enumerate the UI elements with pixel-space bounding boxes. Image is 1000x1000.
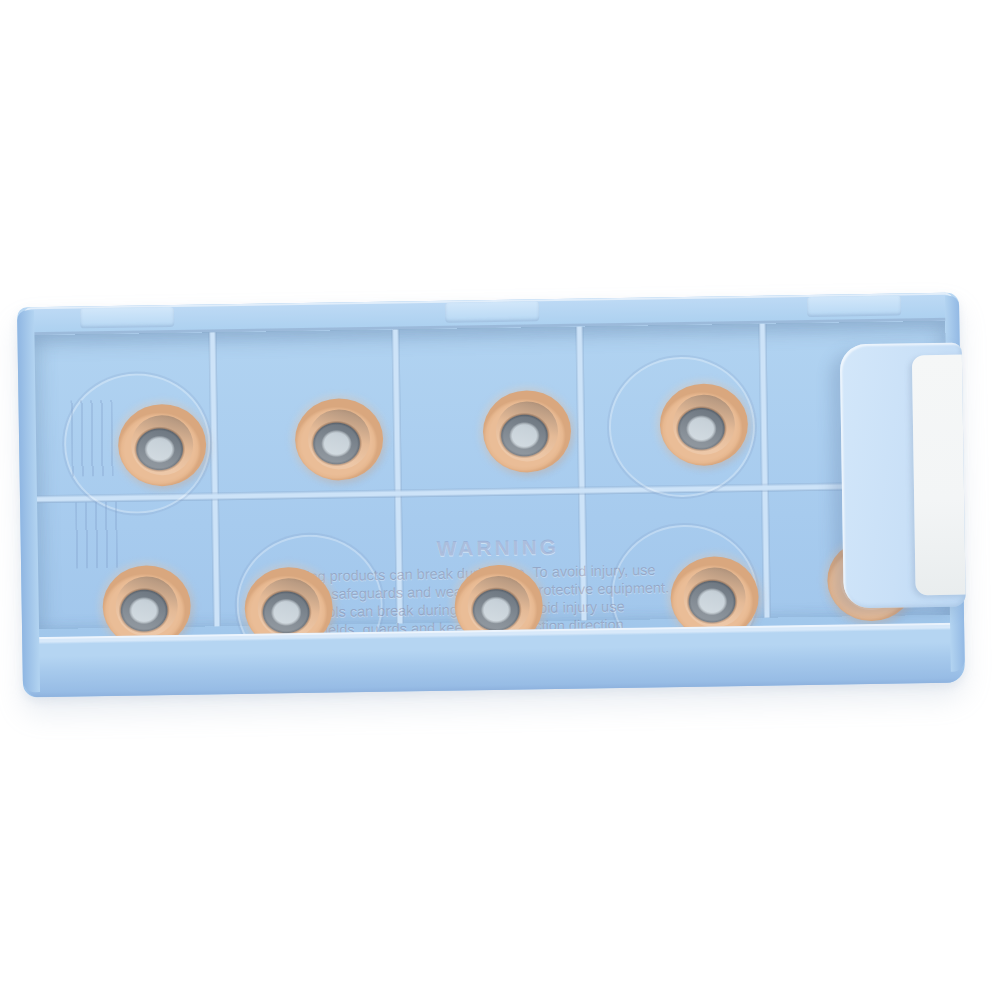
insert-case: WARNING Cutting products can break durin… xyxy=(17,293,965,698)
insert-shading xyxy=(115,576,178,637)
mold-ribs xyxy=(75,502,118,569)
warning-title: WARNING xyxy=(398,534,598,561)
insert-shading xyxy=(673,394,736,455)
rail-tab xyxy=(80,307,174,328)
rail-tab xyxy=(807,296,901,317)
insert-shading xyxy=(257,577,320,638)
blank-label xyxy=(912,355,966,596)
insert-shading xyxy=(496,401,559,462)
insert-shading xyxy=(308,409,371,470)
insert-shading xyxy=(683,567,746,628)
insert-shading xyxy=(131,414,194,475)
photo-background: WARNING Cutting products can break durin… xyxy=(0,0,1000,1000)
mold-ribs xyxy=(70,400,113,477)
insert-shading xyxy=(467,575,530,636)
rail-tab xyxy=(445,301,539,322)
sliding-lid xyxy=(840,343,966,609)
